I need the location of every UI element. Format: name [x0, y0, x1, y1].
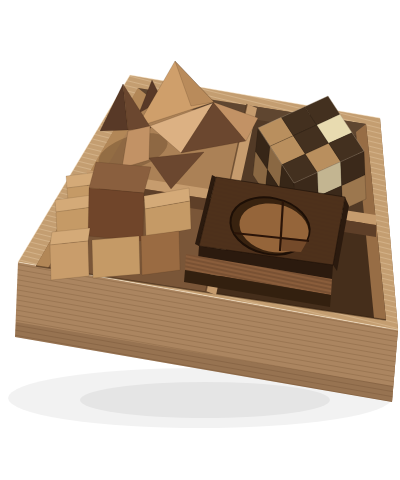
burr-front-right-plank	[141, 231, 180, 275]
burr-center-cube-top	[89, 162, 151, 193]
product-photo-wooden-puzzle-box	[0, 0, 400, 480]
burr-front-cube-front	[50, 241, 89, 280]
burr-front-plank	[92, 236, 140, 278]
burr-center-cube-front	[88, 188, 144, 241]
cast-shadow-core	[80, 382, 330, 418]
